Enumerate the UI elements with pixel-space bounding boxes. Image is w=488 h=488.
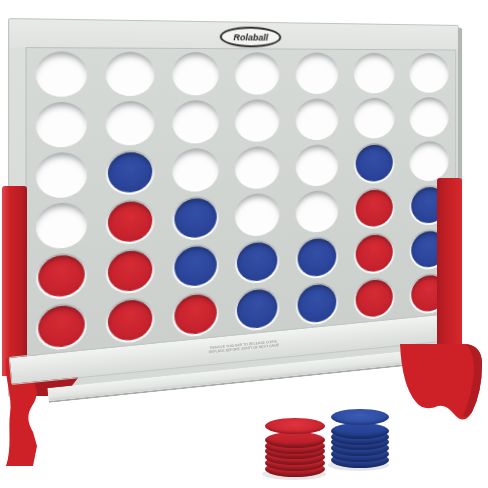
hole [296,98,338,140]
hole [354,187,395,230]
red-disc [39,254,85,298]
hole [106,51,155,96]
hole [409,53,448,93]
hole [172,243,218,290]
hole [36,202,87,250]
cell-r3c6[interactable] [346,140,402,187]
hole [354,142,395,184]
hole [106,248,155,296]
hole [296,52,338,94]
hole [172,291,218,338]
right-foot [392,342,488,434]
hole [296,281,338,326]
cell-r4c3[interactable] [163,193,227,245]
blue-disc [356,144,393,182]
hole [296,144,338,187]
cell-r5c5[interactable] [288,233,346,283]
cell-r5c2[interactable] [97,244,164,298]
red-coin-stack[interactable] [265,418,325,478]
cell-r3c5[interactable] [288,141,346,189]
hole [409,141,448,182]
coin [265,432,325,448]
cell-r1c3[interactable] [163,49,227,98]
hole [354,52,395,93]
brand-logo: Rolaball [220,26,281,47]
blue-disc [298,284,337,325]
red-disc [356,279,393,319]
cell-r6c3[interactable] [163,288,227,342]
cell-r2c1[interactable] [27,99,97,151]
hole [235,239,279,284]
brand-logo-text: Rolaball [233,32,268,42]
hole [354,277,395,321]
cell-r4c5[interactable] [288,187,346,236]
red-disc [108,201,152,244]
cell-r5c6[interactable] [346,229,402,278]
hole [235,52,279,95]
cell-r4c4[interactable] [227,190,288,241]
hole [354,97,395,138]
hole [172,100,218,144]
coin-top [265,418,325,434]
cell-r6c5[interactable] [288,278,346,329]
hole [36,302,87,352]
cell-r5c3[interactable] [163,240,227,293]
hole [172,196,218,242]
cell-r3c1[interactable] [27,149,97,202]
scene: Rolaball REMOVE THIS BAR TO RELEASE COIN… [0,0,488,488]
hole [354,232,395,275]
cell-r6c2[interactable] [97,293,164,348]
red-disc [108,299,152,343]
hole [36,152,87,199]
cell-r3c4[interactable] [227,143,288,193]
hole [36,51,87,97]
hole [235,99,279,142]
blue-disc [174,246,216,288]
blue-disc [298,238,337,278]
cell-r2c6[interactable] [346,95,402,141]
cell-r1c7[interactable] [402,50,455,95]
hole [106,199,155,246]
board-grid [26,47,457,357]
cell-r1c2[interactable] [97,48,164,98]
cell-r1c5[interactable] [288,50,346,97]
cell-r4c6[interactable] [346,184,402,232]
cell-r2c4[interactable] [227,96,288,145]
cell-r2c3[interactable] [163,97,227,147]
right-leg [437,178,462,354]
blue-disc [108,152,152,194]
blue-coin-stack[interactable] [331,409,389,469]
hole [235,146,279,190]
cell-r6c1[interactable] [27,299,97,356]
hole [235,286,279,332]
hole [106,149,155,195]
cell-r5c4[interactable] [227,236,288,288]
cell-r6c4[interactable] [227,283,288,336]
hole [36,252,87,301]
blue-disc [237,242,277,283]
hole [296,236,338,280]
cell-r1c1[interactable] [27,48,97,99]
blue-disc [174,198,216,239]
red-disc [39,304,85,349]
red-disc [356,189,393,228]
release-bar-instructions: REMOVE THIS BAR TO RELEASE COINS REPLACE… [204,339,284,355]
red-disc [356,234,393,273]
red-disc [174,294,216,337]
hole [172,51,218,95]
cell-r4c1[interactable] [27,199,97,254]
cell-r2c2[interactable] [97,98,164,149]
coin [331,423,389,439]
red-disc [108,250,152,293]
cell-r2c5[interactable] [288,96,346,143]
hole [296,190,338,234]
hole [409,97,448,137]
cell-r2c7[interactable] [402,94,455,139]
hole [172,148,218,193]
coin-top [331,409,389,425]
cell-r1c6[interactable] [346,50,402,96]
hole [36,101,87,147]
cell-r1c4[interactable] [227,49,288,97]
hole [235,193,279,238]
left-leg [2,186,27,376]
cell-r3c2[interactable] [97,147,164,199]
hole [106,100,155,145]
blue-disc [237,288,277,330]
cell-r3c3[interactable] [163,145,227,196]
cell-r5c1[interactable] [27,249,97,305]
cell-r6c6[interactable] [346,274,402,324]
cell-r4c2[interactable] [97,196,164,249]
hole [106,297,155,346]
